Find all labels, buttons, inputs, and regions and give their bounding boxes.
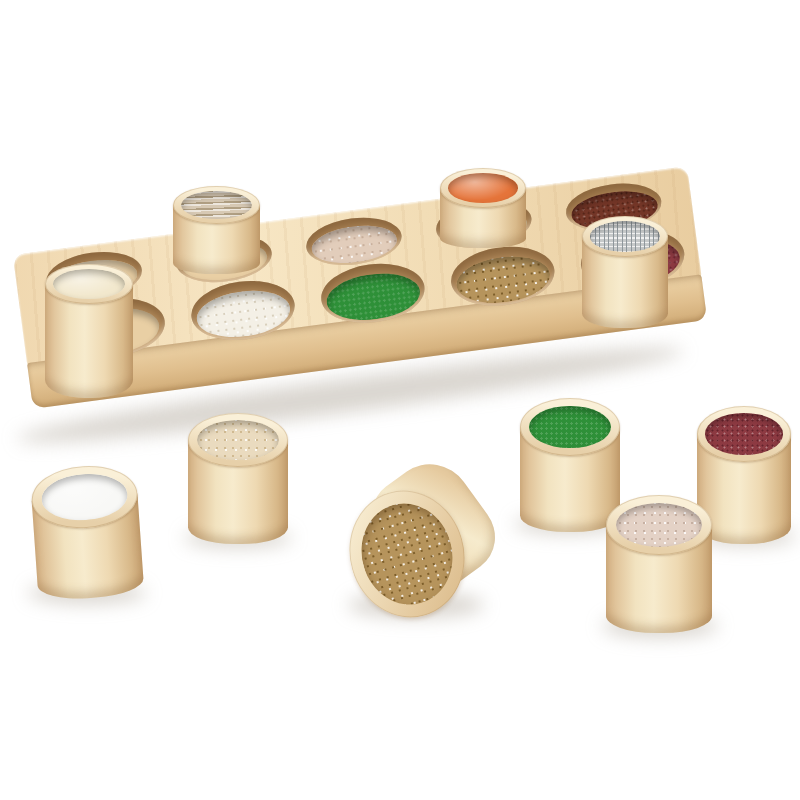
recess-texture-green-felt — [324, 268, 423, 325]
cylinder-orange[interactable] — [440, 168, 526, 248]
loose-cylinder-white-smooth[interactable] — [30, 462, 145, 601]
cylinder-orange-rim — [440, 168, 526, 208]
recess-r2c3-green-felt[interactable] — [318, 258, 429, 329]
cylinder-ribbed-beige-texture — [181, 191, 252, 219]
cylinder-orange-texture — [448, 173, 519, 203]
loose-maroon-texture — [705, 413, 782, 454]
cylinder-cream-smooth-rim — [45, 264, 133, 304]
recess-r1c3-sand[interactable] — [303, 212, 404, 270]
cylinder-cream-smooth[interactable] — [45, 264, 133, 398]
recess-r2c2-white-foam[interactable] — [187, 275, 298, 346]
product-photo-stage — [0, 0, 800, 800]
loose-cream-foam-texture — [197, 420, 279, 460]
loose-green-texture — [529, 406, 611, 449]
loose-sand-rim — [606, 495, 712, 555]
loose-white-texture — [40, 471, 130, 523]
loose-cream-foam-rim — [188, 413, 288, 467]
loose-cylinder-cork-tilted[interactable] — [350, 466, 486, 618]
recess-texture-cork — [454, 251, 553, 308]
loose-maroon-rim — [697, 406, 791, 462]
recess-texture-white-foam — [194, 285, 293, 342]
loose-cylinder-cream-foam[interactable] — [188, 413, 288, 544]
loose-sand-texture — [616, 503, 703, 547]
loose-green-rim — [520, 398, 620, 456]
cylinder-cream-smooth-texture — [53, 269, 125, 299]
cylinder-ribbed-beige[interactable] — [173, 186, 260, 274]
cylinder-grey-mesh-texture — [590, 221, 661, 251]
loose-cork-texture — [350, 493, 465, 616]
recess-texture-sand-beige — [309, 221, 399, 268]
cylinder-grey-mesh[interactable] — [582, 216, 668, 328]
recess-r2c4-cork[interactable] — [448, 241, 559, 312]
cylinder-ribbed-beige-rim — [173, 186, 260, 224]
loose-cylinder-green-felt[interactable] — [520, 398, 620, 532]
loose-cylinder-pink-sand[interactable] — [606, 495, 712, 633]
cylinder-grey-mesh-rim — [582, 216, 668, 257]
